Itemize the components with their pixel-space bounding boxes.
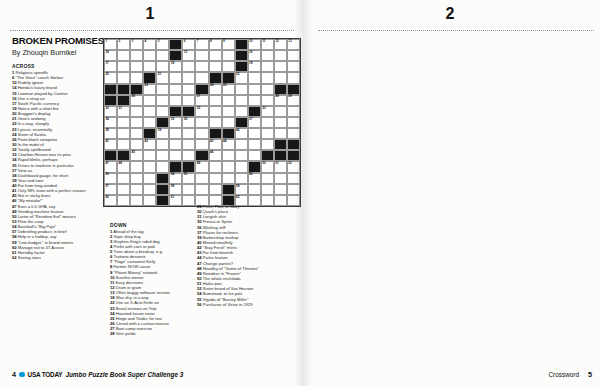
cell-number: 41 <box>105 140 108 143</box>
black-cell <box>156 173 169 184</box>
grid-cell <box>156 139 169 150</box>
grid-cell <box>248 128 261 139</box>
grid-cell <box>195 117 208 128</box>
cell-number: 40 <box>236 129 239 132</box>
grid-cell: 61 <box>169 195 182 206</box>
black-cell <box>209 72 222 83</box>
grid-cell <box>117 117 130 128</box>
cell-number: 32 <box>197 107 200 110</box>
black-cell <box>117 150 130 161</box>
grid-cell <box>209 106 222 117</box>
grid-cell: 42 <box>143 139 156 150</box>
grid-cell <box>209 173 222 184</box>
grid-cell: 46 <box>209 150 222 161</box>
page-number-right: 5 <box>588 370 592 379</box>
puzzle-1-down-column-2: 29 Peter, Paul, or Mary30 Quark's place3… <box>197 205 294 308</box>
grid-cell: 23 <box>143 84 156 95</box>
black-cell <box>156 195 169 206</box>
grid-cell: 22 <box>235 72 248 83</box>
cell-number: 54 <box>171 173 174 176</box>
grid-cell <box>235 161 248 172</box>
puzzle-1-across-list: 1 Religious spinoffs6 "The Voice" coach … <box>12 71 105 261</box>
grid-cell <box>248 95 261 106</box>
grid-cell <box>156 95 169 106</box>
grid-cell <box>248 139 261 150</box>
grid-cell <box>143 161 156 172</box>
cell-number: 18 <box>171 62 174 65</box>
black-cell <box>261 150 274 161</box>
grid-cell <box>130 50 143 61</box>
puzzle-1-down-list-1: 1 Ahead of the tag2 Vape shop buy3 Steph… <box>110 230 193 337</box>
page-right: 2 SHINING BRIGHTLY By Gail Grabowski ACR… <box>300 0 600 386</box>
book-title: Jumbo Puzzle Book Super Challenge 3 <box>65 371 183 378</box>
grid-cell: 3 <box>130 39 143 50</box>
grid-cell <box>222 161 235 172</box>
black-cell <box>195 84 208 95</box>
grid-cell: 19 <box>248 61 261 72</box>
grid-cell: 16 <box>248 50 261 61</box>
black-cell <box>182 106 195 117</box>
grid-cell <box>156 50 169 61</box>
black-cell <box>130 84 143 95</box>
grid-cell <box>182 72 195 83</box>
puzzle-1-across-header: ACROSS <box>12 63 105 69</box>
grid-cell <box>222 150 235 161</box>
grid-cell <box>130 161 143 172</box>
grid-cell <box>143 50 156 61</box>
grid-cell <box>274 72 287 83</box>
grid-cell <box>195 72 208 83</box>
cell-number: 17 <box>105 62 108 65</box>
cell-number: 4 <box>145 40 147 43</box>
black-cell <box>195 150 208 161</box>
puzzle-1-author: By Zhouqin Burnikel <box>12 48 105 57</box>
grid-cell: 28 <box>274 95 287 106</box>
puzzle-1-down-header: DOWN <box>110 222 193 228</box>
grid-cell <box>143 95 156 106</box>
grid-cell <box>235 150 248 161</box>
grid-cell <box>235 106 248 117</box>
black-cell <box>104 95 117 106</box>
grid-cell: 35 <box>169 117 182 128</box>
puzzle-1-title: BROKEN PROMISES <box>12 36 105 46</box>
cell-number: 47 <box>105 162 108 165</box>
grid-cell <box>169 84 182 95</box>
grid-cell: 17 <box>104 61 117 72</box>
black-cell <box>104 84 117 95</box>
cell-number: 1 <box>105 40 107 43</box>
section-number-left: 1 <box>0 5 300 23</box>
grid-cell <box>261 84 274 95</box>
grid-cell <box>248 84 261 95</box>
black-cell <box>222 184 235 195</box>
black-cell <box>169 106 182 117</box>
grid-cell: 54 <box>169 173 182 184</box>
cell-number: 58 <box>171 185 174 188</box>
grid-cell: 37 <box>248 117 261 128</box>
cell-number: 14 <box>105 51 108 54</box>
puzzle-1-across-column: BROKEN PROMISES By Zhouqin Burnikel ACRO… <box>12 36 105 261</box>
grid-cell <box>195 50 208 61</box>
grid-cell <box>117 50 130 61</box>
cell-number: 46 <box>210 151 213 154</box>
grid-cell: 40 <box>235 128 248 139</box>
black-cell <box>143 128 156 139</box>
cell-number: 61 <box>171 196 174 199</box>
grid-cell <box>130 117 143 128</box>
grid-cell <box>130 106 143 117</box>
cell-number: 34 <box>105 118 108 121</box>
cell-number: 15 <box>184 51 187 54</box>
grid-cell: 33 <box>261 106 274 117</box>
grid-cell <box>248 184 261 195</box>
black-cell <box>222 72 235 83</box>
cell-number: 16 <box>249 51 252 54</box>
puzzle-1-down-list-2: 29 Peter, Paul, or Mary30 Quark's place3… <box>197 205 294 307</box>
page-number-left: 4 <box>12 370 16 379</box>
grid-cell <box>195 173 208 184</box>
black-cell <box>182 161 195 172</box>
cell-number: 5 <box>158 40 160 43</box>
cell-number: 50 <box>262 162 265 165</box>
grid-cell <box>209 50 222 61</box>
grid-cell <box>209 161 222 172</box>
grid-cell <box>195 139 208 150</box>
grid-cell <box>182 139 195 150</box>
grid-cell: 38 <box>104 128 117 139</box>
cell-number: 13 <box>288 40 291 43</box>
cell-number: 22 <box>236 73 239 76</box>
grid-cell: 59 <box>235 184 248 195</box>
grid-cell <box>274 61 287 72</box>
black-cell <box>248 161 261 172</box>
grid-cell <box>169 139 182 150</box>
grid-cell <box>143 173 156 184</box>
grid-cell <box>195 61 208 72</box>
grid-cell <box>143 195 156 206</box>
black-cell <box>104 150 117 161</box>
cell-number: 44 <box>223 140 226 143</box>
grid-cell <box>182 195 195 206</box>
grid-cell: 7 <box>195 39 208 50</box>
cell-number: 56 <box>249 173 252 176</box>
grid-cell: 41 <box>104 139 117 150</box>
grid-cell <box>117 139 130 150</box>
cell-number: 26 <box>132 95 135 98</box>
grid-cell <box>143 117 156 128</box>
grid-cell <box>209 117 222 128</box>
grid-cell <box>143 61 156 72</box>
grid-cell <box>248 150 261 161</box>
black-cell <box>222 128 235 139</box>
grid-cell <box>274 50 287 61</box>
grid-cell <box>117 72 130 83</box>
page-left: 1 BROKEN PROMISES By Zhouqin Burnikel AC… <box>0 0 300 386</box>
black-cell <box>143 72 156 83</box>
grid-cell <box>117 128 130 139</box>
grid-cell <box>130 72 143 83</box>
grid-cell: 31 <box>117 106 130 117</box>
grid-cell <box>261 128 274 139</box>
usa-today-logo-icon <box>19 372 25 378</box>
cell-number: 59 <box>236 185 239 188</box>
grid-cell: 53 <box>104 173 117 184</box>
cell-number: 62 <box>236 196 239 199</box>
grid-cell <box>130 173 143 184</box>
black-cell <box>274 84 287 95</box>
grid-cell: 9 <box>222 39 235 50</box>
grid-cell <box>156 84 169 95</box>
cell-number: 43 <box>210 140 213 143</box>
black-cell <box>248 106 261 117</box>
grid-cell: 21 <box>156 72 169 83</box>
cell-number: 12 <box>275 40 278 43</box>
grid-cell: 1 <box>104 39 117 50</box>
grid-cell <box>235 95 248 106</box>
grid-cell: 4 <box>143 39 156 50</box>
cell-number: 3 <box>132 40 134 43</box>
usa-today-brand: USA TODAY <box>28 371 63 378</box>
grid-cell <box>261 139 274 150</box>
cell-number: 25 <box>223 84 226 87</box>
cell-number: 37 <box>249 118 252 121</box>
cell-number: 51 <box>275 162 278 165</box>
black-cell <box>235 61 248 72</box>
cell-number: 6 <box>184 40 186 43</box>
grid-cell <box>274 173 287 184</box>
grid-cell <box>182 128 195 139</box>
grid-cell <box>117 195 130 206</box>
cell-number: 19 <box>249 62 252 65</box>
grid-cell <box>274 106 287 117</box>
grid-cell: 8 <box>209 39 222 50</box>
clue: 62 Seeing stars <box>12 256 105 261</box>
grid-cell <box>209 61 222 72</box>
grid-cell: 24 <box>209 84 222 95</box>
grid-cell: 25 <box>222 84 235 95</box>
cell-number: 42 <box>145 140 148 143</box>
grid-cell <box>156 161 169 172</box>
cell-number: 23 <box>145 84 148 87</box>
cell-number: 28 <box>275 95 278 98</box>
grid-cell <box>222 61 235 72</box>
grid-cell <box>169 128 182 139</box>
grid-cell <box>169 95 182 106</box>
cell-number: 36 <box>184 118 187 121</box>
cell-number: 48 <box>118 162 121 165</box>
cell-number: 35 <box>171 118 174 121</box>
grid-cell: 34 <box>104 117 117 128</box>
grid-cell: 45 <box>130 150 143 161</box>
grid-cell <box>143 150 156 161</box>
cell-number: 30 <box>105 107 108 110</box>
grid-cell: 11 <box>261 39 274 50</box>
grid-cell <box>182 61 195 72</box>
dotted-rule-left <box>10 30 294 31</box>
grid-cell: 6 <box>182 39 195 50</box>
grid-cell <box>130 61 143 72</box>
cell-number: 39 <box>158 129 161 132</box>
footer-section-label: Crossword <box>548 371 579 378</box>
black-cell <box>235 39 248 50</box>
black-cell <box>169 39 182 50</box>
grid-cell <box>222 106 235 117</box>
grid-cell: 18 <box>169 61 182 72</box>
grid-cell <box>130 184 143 195</box>
grid-cell <box>195 184 208 195</box>
grid-cell: 56 <box>248 173 261 184</box>
grid-cell <box>261 95 274 106</box>
grid-cell: 36 <box>182 117 195 128</box>
grid-cell <box>209 95 222 106</box>
puzzle-1-grid: 1234567891011121314151617181920212223242… <box>103 38 301 207</box>
grid-cell <box>274 117 287 128</box>
cell-number: 55 <box>184 173 187 176</box>
grid-cell: 51 <box>274 161 287 172</box>
grid-cell: 58 <box>169 184 182 195</box>
grid-cell <box>169 72 182 83</box>
grid-cell: 44 <box>222 139 235 150</box>
grid-cell <box>235 84 248 95</box>
grid-cell <box>130 128 143 139</box>
black-cell <box>169 50 182 61</box>
grid-cell <box>117 173 130 184</box>
grid-cell <box>130 195 143 206</box>
grid-cell: 20 <box>104 72 117 83</box>
cell-number: 52 <box>288 162 291 165</box>
grid-cell <box>182 95 195 106</box>
cell-number: 10 <box>249 40 252 43</box>
grid-cell <box>195 128 208 139</box>
cell-number: 7 <box>197 40 199 43</box>
grid-cell: 39 <box>156 128 169 139</box>
grid-cell <box>261 173 274 184</box>
grid-cell: 32 <box>195 106 208 117</box>
grid-cell <box>261 50 274 61</box>
grid-cell: 26 <box>130 95 143 106</box>
footer-right: Crossword 5 <box>548 370 592 379</box>
grid-cell <box>209 184 222 195</box>
grid-cell <box>156 106 169 117</box>
grid-cell <box>130 139 143 150</box>
grid-cell <box>117 61 130 72</box>
black-cell <box>117 84 130 95</box>
grid-cell: 27 <box>195 95 208 106</box>
grid-cell <box>222 117 235 128</box>
grid-cell <box>182 84 195 95</box>
black-cell <box>274 139 287 150</box>
cell-number: 57 <box>105 185 108 188</box>
puzzle-1-down-column-1: DOWN 1 Ahead of the tag2 Vape shop buy3 … <box>110 216 193 337</box>
cell-number: 20 <box>105 73 108 76</box>
cell-number: 60 <box>105 196 108 199</box>
black-cell <box>156 184 169 195</box>
black-cell <box>274 150 287 161</box>
grid-cell: 15 <box>182 50 195 61</box>
cell-number: 11 <box>262 40 265 43</box>
grid-cell: 57 <box>104 184 117 195</box>
clue: 28 Vein yields <box>110 332 193 337</box>
grid-cell <box>261 61 274 72</box>
cell-number: 31 <box>118 107 121 110</box>
cell-number: 24 <box>210 84 213 87</box>
grid-cell <box>261 184 274 195</box>
footer-left: 4 USA TODAY Jumbo Puzzle Book Super Chal… <box>12 370 183 379</box>
grid-cell <box>235 139 248 150</box>
clue: 56 Purchaser of Victor in 1929 <box>197 303 294 308</box>
cell-number: 27 <box>197 95 200 98</box>
grid-cell <box>248 72 261 83</box>
black-cell <box>235 117 248 128</box>
grid-cell: 60 <box>104 195 117 206</box>
book-spine <box>294 0 312 386</box>
cell-number: 45 <box>132 151 135 154</box>
black-cell <box>156 117 169 128</box>
black-cell <box>117 95 130 106</box>
cell-number: 53 <box>105 173 108 176</box>
grid-cell <box>261 72 274 83</box>
grid-cell <box>182 184 195 195</box>
grid-cell: 43 <box>209 139 222 150</box>
grid-cell <box>222 95 235 106</box>
grid-cell: 55 <box>182 173 195 184</box>
grid-cell: 5 <box>156 39 169 50</box>
grid-cell <box>182 150 195 161</box>
grid-cell <box>169 150 182 161</box>
black-cell <box>235 50 248 61</box>
grid-cell: 12 <box>274 39 287 50</box>
grid-cell <box>143 184 156 195</box>
grid-cell: 30 <box>104 106 117 117</box>
grid-cell: 50 <box>261 161 274 172</box>
cell-number: 9 <box>223 40 225 43</box>
grid-cell: 49 <box>195 161 208 172</box>
cell-number: 8 <box>210 40 212 43</box>
cell-number: 21 <box>158 73 161 76</box>
cell-number: 29 <box>288 95 291 98</box>
grid-cell <box>156 150 169 161</box>
grid-cell <box>222 50 235 61</box>
grid-cell: 2 <box>117 39 130 50</box>
grid-cell: 10 <box>248 39 261 50</box>
grid-cell <box>235 173 248 184</box>
grid-cell <box>117 184 130 195</box>
grid-cell: 48 <box>117 161 130 172</box>
grid-cell <box>143 106 156 117</box>
grid-cell <box>222 173 235 184</box>
grid-cell <box>156 61 169 72</box>
grid-cell <box>274 184 287 195</box>
grid-cell <box>274 128 287 139</box>
black-cell <box>209 128 222 139</box>
cell-number: 33 <box>262 107 265 110</box>
grid-cell: 47 <box>104 161 117 172</box>
cell-number: 2 <box>118 40 120 43</box>
cell-number: 49 <box>197 162 200 165</box>
dotted-rule-right <box>318 30 594 31</box>
black-cell <box>169 161 182 172</box>
grid-cell: 14 <box>104 50 117 61</box>
section-number-right: 2 <box>300 5 600 23</box>
grid-cell <box>261 117 274 128</box>
cell-number: 38 <box>105 129 108 132</box>
